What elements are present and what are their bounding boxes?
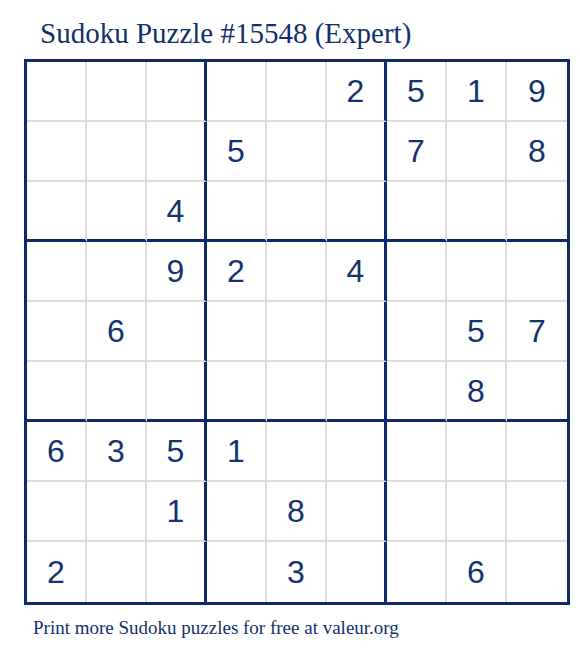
sudoku-cell-r7c5[interactable] [267,422,327,482]
sudoku-cell-r6c9[interactable] [507,362,567,422]
sudoku-cell-r7c4[interactable]: 1 [207,422,267,482]
sudoku-cell-r2c3[interactable] [147,122,207,182]
sudoku-cell-r4c1[interactable] [27,242,87,302]
sudoku-cell-r7c7[interactable] [387,422,447,482]
sudoku-cell-r7c2[interactable]: 3 [87,422,147,482]
sudoku-cell-r1c5[interactable] [267,62,327,122]
sudoku-cell-r9c8[interactable]: 6 [447,542,507,602]
sudoku-cell-r3c5[interactable] [267,182,327,242]
sudoku-cell-r3c3[interactable]: 4 [147,182,207,242]
sudoku-cell-r5c5[interactable] [267,302,327,362]
sudoku-cell-r1c8[interactable]: 1 [447,62,507,122]
sudoku-cell-r9c3[interactable] [147,542,207,602]
sudoku-cell-r6c4[interactable] [207,362,267,422]
sudoku-cell-r5c2[interactable]: 6 [87,302,147,362]
sudoku-cell-r8c6[interactable] [327,482,387,542]
sudoku-cell-r2c2[interactable] [87,122,147,182]
sudoku-cell-r9c4[interactable] [207,542,267,602]
sudoku-grid: 251957849246578635118236 [24,59,570,605]
sudoku-cell-r8c7[interactable] [387,482,447,542]
sudoku-cell-r8c5[interactable]: 8 [267,482,327,542]
sudoku-cell-r2c9[interactable]: 8 [507,122,567,182]
sudoku-cell-r8c3[interactable]: 1 [147,482,207,542]
sudoku-cell-r3c6[interactable] [327,182,387,242]
sudoku-cell-r5c1[interactable] [27,302,87,362]
sudoku-cell-r6c3[interactable] [147,362,207,422]
sudoku-cell-r4c4[interactable]: 2 [207,242,267,302]
footer-text: Print more Sudoku puzzles for free at va… [33,617,399,639]
sudoku-page: Sudoku Puzzle #15548 (Expert) 2519578492… [0,0,580,651]
sudoku-cell-r5c9[interactable]: 7 [507,302,567,362]
sudoku-cell-r4c7[interactable] [387,242,447,302]
sudoku-cell-r7c1[interactable]: 6 [27,422,87,482]
sudoku-cell-r9c6[interactable] [327,542,387,602]
sudoku-cell-r3c1[interactable] [27,182,87,242]
sudoku-cell-r1c2[interactable] [87,62,147,122]
sudoku-cell-r8c2[interactable] [87,482,147,542]
sudoku-cell-r5c3[interactable] [147,302,207,362]
sudoku-cell-r1c3[interactable] [147,62,207,122]
sudoku-cell-r8c4[interactable] [207,482,267,542]
sudoku-cell-r9c9[interactable] [507,542,567,602]
page-title: Sudoku Puzzle #15548 (Expert) [40,17,411,50]
sudoku-cell-r4c8[interactable] [447,242,507,302]
sudoku-cell-r3c7[interactable] [387,182,447,242]
sudoku-cell-r4c9[interactable] [507,242,567,302]
sudoku-cell-r9c7[interactable] [387,542,447,602]
sudoku-cell-r1c4[interactable] [207,62,267,122]
sudoku-cell-r2c6[interactable] [327,122,387,182]
sudoku-cell-r9c1[interactable]: 2 [27,542,87,602]
sudoku-cell-r5c7[interactable] [387,302,447,362]
sudoku-cell-r5c8[interactable]: 5 [447,302,507,362]
sudoku-cell-r2c7[interactable]: 7 [387,122,447,182]
sudoku-cell-r6c5[interactable] [267,362,327,422]
sudoku-cell-r4c6[interactable]: 4 [327,242,387,302]
sudoku-cell-r4c5[interactable] [267,242,327,302]
sudoku-cell-r8c9[interactable] [507,482,567,542]
sudoku-cell-r1c1[interactable] [27,62,87,122]
sudoku-cell-r8c8[interactable] [447,482,507,542]
sudoku-cell-r1c6[interactable]: 2 [327,62,387,122]
sudoku-cell-r2c5[interactable] [267,122,327,182]
sudoku-cell-r2c4[interactable]: 5 [207,122,267,182]
sudoku-cell-r9c5[interactable]: 3 [267,542,327,602]
sudoku-cell-r5c4[interactable] [207,302,267,362]
sudoku-cell-r5c6[interactable] [327,302,387,362]
sudoku-cell-r9c2[interactable] [87,542,147,602]
sudoku-cell-r6c1[interactable] [27,362,87,422]
sudoku-cell-r3c4[interactable] [207,182,267,242]
sudoku-cell-r7c8[interactable] [447,422,507,482]
sudoku-cell-r6c2[interactable] [87,362,147,422]
sudoku-cell-r8c1[interactable] [27,482,87,542]
sudoku-cell-r6c8[interactable]: 8 [447,362,507,422]
sudoku-cell-r7c3[interactable]: 5 [147,422,207,482]
sudoku-cell-r6c7[interactable] [387,362,447,422]
sudoku-cell-r7c9[interactable] [507,422,567,482]
sudoku-cell-r3c2[interactable] [87,182,147,242]
sudoku-cell-r1c7[interactable]: 5 [387,62,447,122]
sudoku-cell-r4c3[interactable]: 9 [147,242,207,302]
sudoku-cell-r3c8[interactable] [447,182,507,242]
sudoku-cell-r4c2[interactable] [87,242,147,302]
sudoku-cell-r6c6[interactable] [327,362,387,422]
sudoku-cell-r1c9[interactable]: 9 [507,62,567,122]
sudoku-cell-r2c1[interactable] [27,122,87,182]
sudoku-cell-r3c9[interactable] [507,182,567,242]
sudoku-cell-r7c6[interactable] [327,422,387,482]
sudoku-cell-r2c8[interactable] [447,122,507,182]
